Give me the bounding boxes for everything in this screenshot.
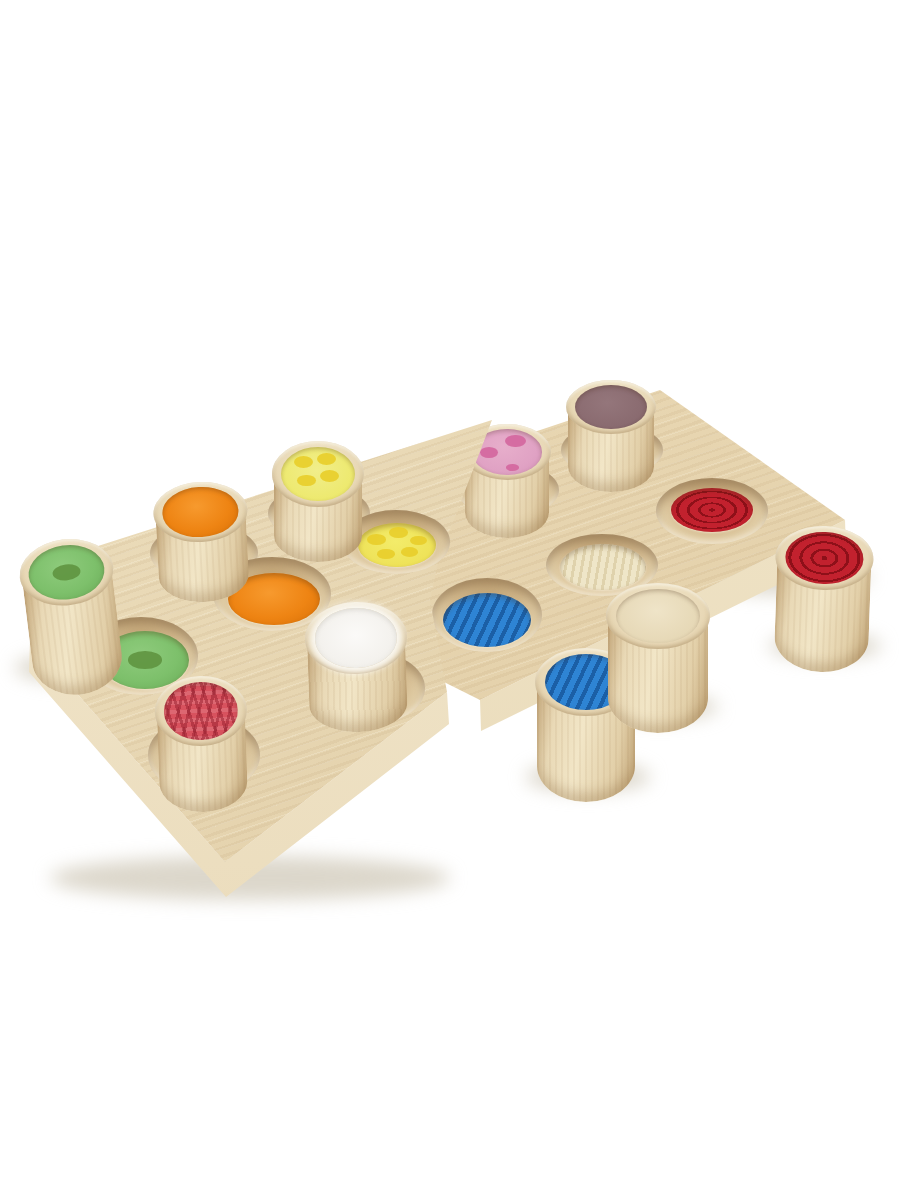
texture-face-green — [26, 541, 107, 604]
left-tray-and-loose-pieces-layer — [0, 0, 900, 1200]
texture-dot — [401, 547, 418, 557]
product-photo-tactile-memory-game — [0, 0, 900, 1200]
texture-dot — [367, 534, 386, 545]
texture-face-yellow-dots-4 — [281, 447, 355, 501]
texture-dot — [410, 536, 427, 546]
piece-cream-upturned-standing[interactable] — [606, 583, 710, 733]
texture-dot — [389, 527, 408, 538]
texture-dot — [51, 563, 81, 583]
piece-green-tilted-standing[interactable] — [16, 534, 128, 700]
texture-dot — [128, 651, 161, 668]
texture-face-fleece — [314, 607, 398, 669]
piece-red-rings-standing[interactable] — [771, 524, 874, 673]
texture-face-rings — [784, 530, 864, 585]
texture-dot — [294, 456, 313, 468]
piece-fleece-standing[interactable] — [304, 600, 410, 733]
piece-zigzag-standing[interactable] — [154, 674, 251, 813]
texture-dot — [297, 475, 316, 487]
texture-dot — [377, 549, 396, 559]
piece-yellow-flush[interactable] — [358, 523, 436, 567]
texture-face-orange — [162, 485, 240, 538]
texture-face-zigzag — [163, 681, 239, 741]
texture-face-plain-wood — [616, 589, 699, 643]
cylinder-top — [272, 441, 364, 507]
texture-dot — [317, 453, 336, 465]
texture-dot — [320, 470, 339, 482]
piece-yellow-standing[interactable] — [272, 441, 364, 562]
piece-orange-standing[interactable] — [152, 480, 252, 605]
cylinder-top — [606, 583, 710, 649]
